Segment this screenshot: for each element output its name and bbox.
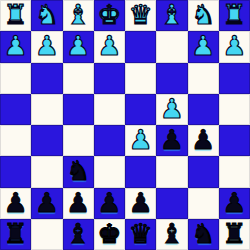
square-f6[interactable]: ♞ [63,156,94,187]
square-e6[interactable] [94,156,125,187]
square-a2[interactable]: ♟ [219,31,250,62]
square-b7[interactable] [188,188,219,219]
black-rook[interactable]: ♜ [222,218,246,249]
white-rook[interactable]: ♜ [222,0,246,30]
square-b4[interactable] [188,94,219,125]
square-f5[interactable] [63,125,94,156]
square-c5[interactable]: ♟ [156,125,187,156]
black-rook[interactable]: ♜ [4,218,28,249]
square-g6[interactable] [31,156,62,187]
square-e7[interactable]: ♟ [94,188,125,219]
square-g7[interactable]: ♟ [31,188,62,219]
square-h8[interactable]: ♜ [0,219,31,250]
square-f3[interactable] [63,63,94,94]
square-d6[interactable] [125,156,156,187]
square-d8[interactable]: ♛ [125,219,156,250]
square-g3[interactable] [31,63,62,94]
square-h6[interactable] [0,156,31,187]
square-h7[interactable]: ♟ [0,188,31,219]
square-e3[interactable] [94,63,125,94]
black-knight[interactable]: ♞ [66,155,90,186]
square-h2[interactable]: ♟ [0,31,31,62]
white-bishop[interactable]: ♝ [66,0,90,30]
square-h1[interactable]: ♜ [0,0,31,31]
white-pawn[interactable]: ♟ [97,30,121,61]
square-b5[interactable]: ♟ [188,125,219,156]
black-knight[interactable]: ♞ [191,218,215,249]
square-a3[interactable] [219,63,250,94]
black-queen[interactable]: ♛ [129,218,153,249]
square-c3[interactable] [156,63,187,94]
white-pawn[interactable]: ♟ [35,30,59,61]
square-e4[interactable] [94,94,125,125]
square-g5[interactable] [31,125,62,156]
square-f7[interactable]: ♟ [63,188,94,219]
black-pawn[interactable]: ♟ [191,124,215,155]
square-h3[interactable] [0,63,31,94]
black-pawn[interactable]: ♟ [222,187,246,218]
square-b2[interactable]: ♟ [188,31,219,62]
square-h5[interactable] [0,125,31,156]
white-queen[interactable]: ♛ [129,0,153,30]
square-c8[interactable]: ♝ [156,219,187,250]
square-f8[interactable]: ♝ [63,219,94,250]
black-king[interactable]: ♚ [97,218,121,249]
square-c7[interactable] [156,188,187,219]
square-f4[interactable] [63,94,94,125]
white-pawn[interactable]: ♟ [4,30,28,61]
black-bishop[interactable]: ♝ [66,218,90,249]
black-pawn[interactable]: ♟ [4,187,28,218]
square-d1[interactable]: ♛ [125,0,156,31]
black-pawn[interactable]: ♟ [97,187,121,218]
square-b3[interactable] [188,63,219,94]
square-d7[interactable]: ♟ [125,188,156,219]
square-c6[interactable] [156,156,187,187]
square-a6[interactable] [219,156,250,187]
square-g1[interactable]: ♞ [31,0,62,31]
square-a7[interactable]: ♟ [219,188,250,219]
white-pawn[interactable]: ♟ [191,30,215,61]
square-a5[interactable] [219,125,250,156]
black-pawn[interactable]: ♟ [129,187,153,218]
square-c2[interactable] [156,31,187,62]
square-a8[interactable]: ♜ [219,219,250,250]
square-e5[interactable] [94,125,125,156]
white-king[interactable]: ♚ [97,0,121,30]
square-c4[interactable]: ♟ [156,94,187,125]
square-e2[interactable]: ♟ [94,31,125,62]
white-bishop[interactable]: ♝ [160,0,184,30]
square-g8[interactable] [31,219,62,250]
square-b8[interactable]: ♞ [188,219,219,250]
white-rook[interactable]: ♜ [4,0,28,30]
square-d2[interactable] [125,31,156,62]
square-a4[interactable] [219,94,250,125]
square-b1[interactable]: ♞ [188,0,219,31]
white-pawn[interactable]: ♟ [66,30,90,61]
square-e8[interactable]: ♚ [94,219,125,250]
square-d5[interactable]: ♟ [125,125,156,156]
square-a1[interactable]: ♜ [219,0,250,31]
black-pawn[interactable]: ♟ [66,187,90,218]
square-g4[interactable] [31,94,62,125]
square-h4[interactable] [0,94,31,125]
square-g2[interactable]: ♟ [31,31,62,62]
white-pawn[interactable]: ♟ [129,124,153,155]
black-pawn[interactable]: ♟ [160,124,184,155]
square-d3[interactable] [125,63,156,94]
black-bishop[interactable]: ♝ [160,218,184,249]
white-pawn[interactable]: ♟ [222,30,246,61]
square-c1[interactable]: ♝ [156,0,187,31]
white-knight[interactable]: ♞ [35,0,59,30]
chess-board: ♜♞♝♚♛♝♞♜♟♟♟♟♟♟♟♟♟♟♞♟♟♟♟♟♟♜♝♚♛♝♞♜ [0,0,250,250]
square-f1[interactable]: ♝ [63,0,94,31]
square-d4[interactable] [125,94,156,125]
square-e1[interactable]: ♚ [94,0,125,31]
square-f2[interactable]: ♟ [63,31,94,62]
white-pawn[interactable]: ♟ [160,93,184,124]
white-knight[interactable]: ♞ [191,0,215,30]
square-b6[interactable] [188,156,219,187]
black-pawn[interactable]: ♟ [35,187,59,218]
